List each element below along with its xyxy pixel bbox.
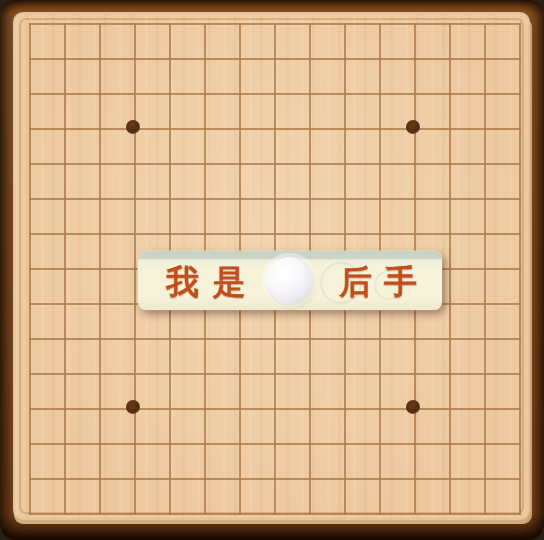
white-stone-icon (266, 257, 313, 304)
star-point (406, 400, 420, 414)
star-point (406, 120, 420, 134)
star-point (126, 400, 140, 414)
banner-text-left: 我是 (166, 251, 260, 310)
turn-announcement-banner: 我是 后手 (138, 251, 442, 310)
star-point (126, 120, 140, 134)
gomoku-game-screen: 我是 后手 (0, 0, 544, 540)
banner-text-right: 后手 (339, 251, 429, 310)
